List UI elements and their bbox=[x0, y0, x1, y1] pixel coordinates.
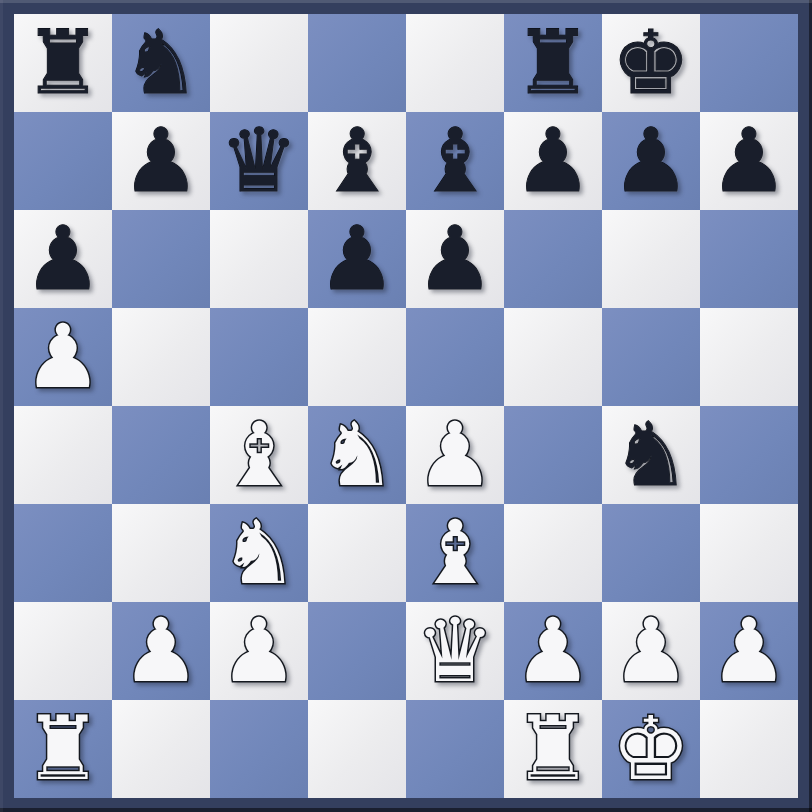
white-bishop-c4[interactable]: ♝ bbox=[220, 406, 299, 504]
square-h7[interactable]: ♟ bbox=[700, 112, 798, 210]
square-g2[interactable]: ♟ bbox=[602, 602, 700, 700]
black-queen-c7[interactable]: ♛ bbox=[220, 112, 299, 210]
square-b5[interactable] bbox=[112, 308, 210, 406]
square-a7[interactable] bbox=[14, 112, 112, 210]
black-pawn-g7[interactable]: ♟ bbox=[612, 112, 691, 210]
square-c5[interactable] bbox=[210, 308, 308, 406]
black-pawn-h7[interactable]: ♟ bbox=[710, 112, 789, 210]
white-rook-f1[interactable]: ♜ bbox=[514, 700, 593, 798]
white-rook-a1[interactable]: ♜ bbox=[24, 700, 103, 798]
square-d6[interactable]: ♟ bbox=[308, 210, 406, 308]
square-a1[interactable]: ♜ bbox=[14, 700, 112, 798]
white-pawn-g2[interactable]: ♟ bbox=[612, 602, 691, 700]
square-a5[interactable]: ♟ bbox=[14, 308, 112, 406]
white-pawn-h2[interactable]: ♟ bbox=[710, 602, 789, 700]
square-d2[interactable] bbox=[308, 602, 406, 700]
black-pawn-d6[interactable]: ♟ bbox=[318, 210, 397, 308]
square-h6[interactable] bbox=[700, 210, 798, 308]
square-e2[interactable]: ♛ bbox=[406, 602, 504, 700]
black-pawn-e6[interactable]: ♟ bbox=[416, 210, 495, 308]
square-f4[interactable] bbox=[504, 406, 602, 504]
square-c3[interactable]: ♞ bbox=[210, 504, 308, 602]
square-e8[interactable] bbox=[406, 14, 504, 112]
white-knight-c3[interactable]: ♞ bbox=[220, 504, 299, 602]
square-a3[interactable] bbox=[14, 504, 112, 602]
square-a4[interactable] bbox=[14, 406, 112, 504]
white-pawn-f2[interactable]: ♟ bbox=[514, 602, 593, 700]
square-h8[interactable] bbox=[700, 14, 798, 112]
square-b6[interactable] bbox=[112, 210, 210, 308]
square-e1[interactable] bbox=[406, 700, 504, 798]
square-c8[interactable] bbox=[210, 14, 308, 112]
white-pawn-a5[interactable]: ♟ bbox=[24, 308, 103, 406]
square-d4[interactable]: ♞ bbox=[308, 406, 406, 504]
square-f5[interactable] bbox=[504, 308, 602, 406]
black-pawn-b7[interactable]: ♟ bbox=[122, 112, 201, 210]
square-d1[interactable] bbox=[308, 700, 406, 798]
square-e4[interactable]: ♟ bbox=[406, 406, 504, 504]
square-b7[interactable]: ♟ bbox=[112, 112, 210, 210]
square-d5[interactable] bbox=[308, 308, 406, 406]
square-g4[interactable]: ♞ bbox=[602, 406, 700, 504]
board-frame: ♜♞♜♚♟♛♝♝♟♟♟♟♟♟♟♝♞♟♞♞♝♟♟♛♟♟♟♜♜♚ bbox=[0, 0, 812, 812]
square-f3[interactable] bbox=[504, 504, 602, 602]
black-knight-g4[interactable]: ♞ bbox=[612, 406, 691, 504]
square-c4[interactable]: ♝ bbox=[210, 406, 308, 504]
square-c1[interactable] bbox=[210, 700, 308, 798]
square-d7[interactable]: ♝ bbox=[308, 112, 406, 210]
square-h2[interactable]: ♟ bbox=[700, 602, 798, 700]
square-g5[interactable] bbox=[602, 308, 700, 406]
square-f2[interactable]: ♟ bbox=[504, 602, 602, 700]
square-f6[interactable] bbox=[504, 210, 602, 308]
square-g8[interactable]: ♚ bbox=[602, 14, 700, 112]
square-d3[interactable] bbox=[308, 504, 406, 602]
square-h5[interactable] bbox=[700, 308, 798, 406]
square-h4[interactable] bbox=[700, 406, 798, 504]
black-rook-a8[interactable]: ♜ bbox=[24, 14, 103, 112]
black-bishop-e7[interactable]: ♝ bbox=[416, 112, 495, 210]
white-king-g1[interactable]: ♚ bbox=[612, 700, 691, 798]
black-king-g8[interactable]: ♚ bbox=[612, 14, 691, 112]
black-bishop-d7[interactable]: ♝ bbox=[318, 112, 397, 210]
square-f7[interactable]: ♟ bbox=[504, 112, 602, 210]
chess-board[interactable]: ♜♞♜♚♟♛♝♝♟♟♟♟♟♟♟♝♞♟♞♞♝♟♟♛♟♟♟♜♜♚ bbox=[14, 14, 798, 798]
square-a6[interactable]: ♟ bbox=[14, 210, 112, 308]
square-b4[interactable] bbox=[112, 406, 210, 504]
square-a8[interactable]: ♜ bbox=[14, 14, 112, 112]
square-g7[interactable]: ♟ bbox=[602, 112, 700, 210]
square-c6[interactable] bbox=[210, 210, 308, 308]
square-a2[interactable] bbox=[14, 602, 112, 700]
white-pawn-e4[interactable]: ♟ bbox=[416, 406, 495, 504]
square-e5[interactable] bbox=[406, 308, 504, 406]
square-b3[interactable] bbox=[112, 504, 210, 602]
black-pawn-a6[interactable]: ♟ bbox=[24, 210, 103, 308]
square-d8[interactable] bbox=[308, 14, 406, 112]
square-b2[interactable]: ♟ bbox=[112, 602, 210, 700]
square-g3[interactable] bbox=[602, 504, 700, 602]
white-pawn-b2[interactable]: ♟ bbox=[122, 602, 201, 700]
square-h1[interactable] bbox=[700, 700, 798, 798]
black-pawn-f7[interactable]: ♟ bbox=[514, 112, 593, 210]
square-g1[interactable]: ♚ bbox=[602, 700, 700, 798]
square-b1[interactable] bbox=[112, 700, 210, 798]
square-e7[interactable]: ♝ bbox=[406, 112, 504, 210]
square-f8[interactable]: ♜ bbox=[504, 14, 602, 112]
black-rook-f8[interactable]: ♜ bbox=[514, 14, 593, 112]
black-knight-b8[interactable]: ♞ bbox=[122, 14, 201, 112]
square-c7[interactable]: ♛ bbox=[210, 112, 308, 210]
white-knight-d4[interactable]: ♞ bbox=[318, 406, 397, 504]
square-e6[interactable]: ♟ bbox=[406, 210, 504, 308]
square-b8[interactable]: ♞ bbox=[112, 14, 210, 112]
white-queen-e2[interactable]: ♛ bbox=[416, 602, 495, 700]
white-pawn-c2[interactable]: ♟ bbox=[220, 602, 299, 700]
square-f1[interactable]: ♜ bbox=[504, 700, 602, 798]
square-c2[interactable]: ♟ bbox=[210, 602, 308, 700]
white-bishop-e3[interactable]: ♝ bbox=[416, 504, 495, 602]
square-g6[interactable] bbox=[602, 210, 700, 308]
square-e3[interactable]: ♝ bbox=[406, 504, 504, 602]
square-h3[interactable] bbox=[700, 504, 798, 602]
